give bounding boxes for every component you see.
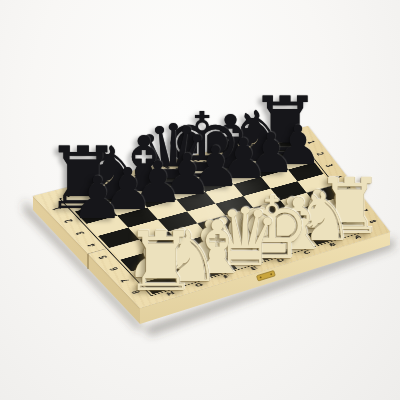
rank-label-left: 2 [63,218,75,223]
file-label-front: C [303,250,312,255]
file-label-front: E [250,266,259,271]
rank-label-right: 5 [342,186,352,191]
rank-label-right: 4 [333,175,343,180]
rank-label-left: 4 [86,243,98,248]
file-label-front: D [276,258,286,263]
file-label-front: H [165,291,176,297]
rank-label-right: 7 [359,208,369,213]
rank-label-left: 7 [120,278,132,283]
file-label-back: E [161,165,171,170]
chess-set-photo: 1122334455667788HHGGFFEEDDCCBBAA ♜♞♝♛♚♝♞… [0,0,400,400]
rank-label-right: 1 [306,140,316,145]
rank-label-left: 6 [109,266,121,271]
rank-label-left: 3 [75,230,87,235]
file-label-front: F [222,274,231,279]
file-label-front: B [328,242,337,247]
rank-label-right: 8 [368,219,378,224]
file-label-front: A [354,235,363,240]
file-label-front: G [194,282,204,288]
rank-label-right: 3 [324,163,334,168]
rank-label-left: 1 [51,206,63,211]
file-label-back: F [132,172,142,178]
rank-label-right: 6 [350,197,360,202]
rank-label-right: 2 [315,152,325,157]
rank-label-left: 5 [97,254,109,259]
rank-label-left: 8 [131,289,143,294]
